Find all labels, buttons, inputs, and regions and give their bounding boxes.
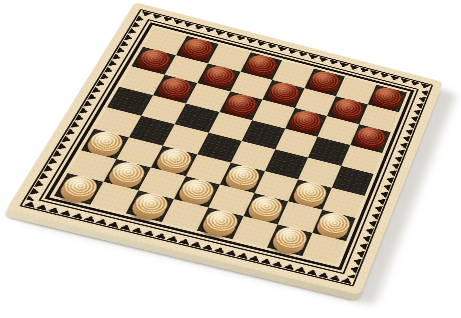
scene: ⛂⛂⛂⛂⛂⛂⛂⛂⛂⛂⛂⛂⛀⛀⛀⛀⛀⛀⛀⛀⛀⛀⛀⛀ (0, 0, 461, 318)
